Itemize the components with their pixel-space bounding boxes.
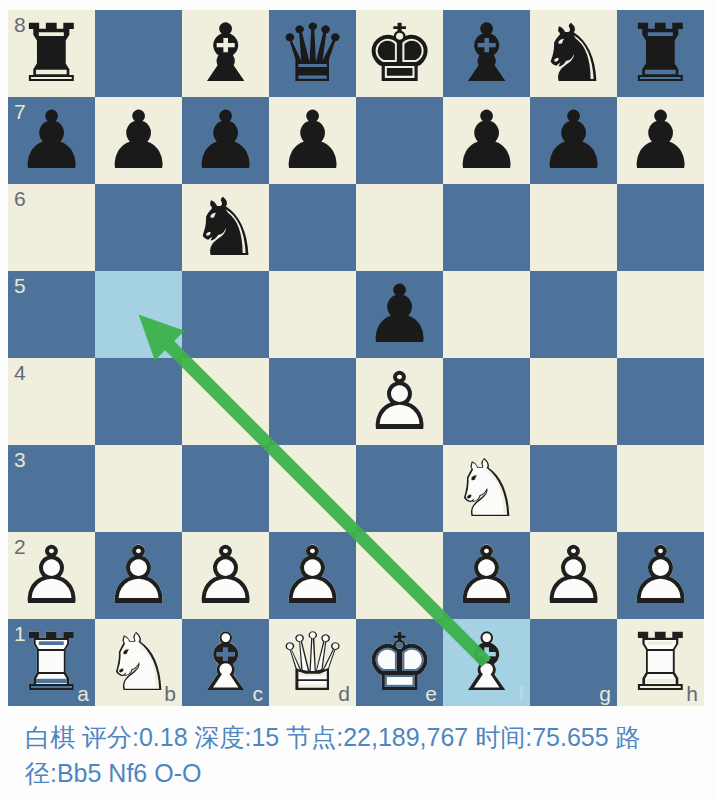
piece-outline-glyph: ♙	[617, 532, 704, 619]
square-g7[interactable]: ♟	[530, 97, 617, 184]
piece-white-pawn[interactable]: ♟♙	[530, 532, 617, 619]
piece-glyph: ♝	[182, 10, 269, 97]
square-c1[interactable]: c♝♗	[182, 619, 269, 706]
square-f3[interactable]: ♞♘	[443, 445, 530, 532]
chess-analysis-page: 8♜♝♛♚♝♞♜7♟♟♟♟♟♟♟6♞5♟4♟♙3♞♘2♟♙♟♙♟♙♟♙♟♙♟♙♟…	[0, 0, 715, 800]
square-c4[interactable]	[182, 358, 269, 445]
square-g3[interactable]	[530, 445, 617, 532]
square-a7[interactable]: 7♟	[8, 97, 95, 184]
piece-black-knight[interactable]: ♞	[530, 10, 617, 97]
piece-outline-glyph: ♘	[95, 619, 182, 706]
piece-white-pawn[interactable]: ♟♙	[8, 532, 95, 619]
rank-label-5: 5	[14, 275, 26, 296]
square-h3[interactable]	[617, 445, 704, 532]
square-h4[interactable]	[617, 358, 704, 445]
piece-black-pawn[interactable]: ♟	[443, 97, 530, 184]
square-g4[interactable]	[530, 358, 617, 445]
piece-outline-glyph: ♕	[269, 619, 356, 706]
piece-white-pawn[interactable]: ♟♙	[269, 532, 356, 619]
piece-glyph: ♟	[8, 97, 95, 184]
square-a8[interactable]: 8♜	[8, 10, 95, 97]
square-g6[interactable]	[530, 184, 617, 271]
square-g5[interactable]	[530, 271, 617, 358]
piece-black-pawn[interactable]: ♟	[617, 97, 704, 184]
square-f1[interactable]: f♝♗	[443, 619, 530, 706]
piece-outline-glyph: ♙	[443, 532, 530, 619]
piece-white-pawn[interactable]: ♟♙	[443, 532, 530, 619]
piece-white-pawn[interactable]: ♟♙	[182, 532, 269, 619]
engine-status-bar: 白棋 评分:0.18 深度:15 节点:22,189,767 时间:75.655…	[0, 706, 715, 800]
rank-label-4: 4	[14, 362, 26, 383]
piece-black-pawn[interactable]: ♟	[269, 97, 356, 184]
piece-white-king[interactable]: ♚♔	[356, 619, 443, 706]
piece-glyph: ♟	[95, 97, 182, 184]
square-c3[interactable]	[182, 445, 269, 532]
piece-white-rook[interactable]: ♜♖	[617, 619, 704, 706]
piece-black-bishop[interactable]: ♝	[443, 10, 530, 97]
square-d2[interactable]: ♟♙	[269, 532, 356, 619]
square-f5[interactable]	[443, 271, 530, 358]
square-h2[interactable]: ♟♙	[617, 532, 704, 619]
piece-black-knight[interactable]: ♞	[182, 184, 269, 271]
chess-board: 8♜♝♛♚♝♞♜7♟♟♟♟♟♟♟6♞5♟4♟♙3♞♘2♟♙♟♙♟♙♟♙♟♙♟♙♟…	[8, 10, 704, 706]
piece-glyph: ♞	[530, 10, 617, 97]
square-c8[interactable]: ♝	[182, 10, 269, 97]
square-g8[interactable]: ♞	[530, 10, 617, 97]
piece-black-queen[interactable]: ♛	[269, 10, 356, 97]
piece-outline-glyph: ♗	[443, 619, 530, 706]
piece-white-knight[interactable]: ♞♘	[95, 619, 182, 706]
piece-black-pawn[interactable]: ♟	[530, 97, 617, 184]
piece-glyph: ♛	[269, 10, 356, 97]
piece-black-rook[interactable]: ♜	[617, 10, 704, 97]
rank-label-3: 3	[14, 449, 26, 470]
square-e4[interactable]: ♟♙	[356, 358, 443, 445]
square-d1[interactable]: d♛♕	[269, 619, 356, 706]
piece-glyph: ♚	[356, 10, 443, 97]
piece-outline-glyph: ♙	[8, 532, 95, 619]
piece-glyph: ♜	[617, 10, 704, 97]
piece-outline-glyph: ♗	[182, 619, 269, 706]
file-label-g: g	[599, 683, 611, 704]
piece-black-pawn[interactable]: ♟	[95, 97, 182, 184]
square-f2[interactable]: ♟♙	[443, 532, 530, 619]
piece-glyph: ♟	[182, 97, 269, 184]
square-h1[interactable]: h♜♖	[617, 619, 704, 706]
piece-white-pawn[interactable]: ♟♙	[617, 532, 704, 619]
piece-white-pawn[interactable]: ♟♙	[95, 532, 182, 619]
square-a5[interactable]: 5	[8, 271, 95, 358]
square-b1[interactable]: b♞♘	[95, 619, 182, 706]
piece-glyph: ♝	[443, 10, 530, 97]
square-e1[interactable]: e♚♔	[356, 619, 443, 706]
square-a1[interactable]: 1a♜♖	[8, 619, 95, 706]
square-b3[interactable]	[95, 445, 182, 532]
square-e2[interactable]	[356, 532, 443, 619]
piece-outline-glyph: ♙	[356, 358, 443, 445]
square-a4[interactable]: 4	[8, 358, 95, 445]
piece-glyph: ♟	[269, 97, 356, 184]
rank-label-6: 6	[14, 188, 26, 209]
square-b2[interactable]: ♟♙	[95, 532, 182, 619]
piece-outline-glyph: ♙	[530, 532, 617, 619]
square-b5[interactable]	[95, 271, 182, 358]
square-g1[interactable]: g	[530, 619, 617, 706]
piece-glyph: ♟	[443, 97, 530, 184]
piece-outline-glyph: ♘	[443, 445, 530, 532]
square-d4[interactable]	[269, 358, 356, 445]
square-a2[interactable]: 2♟♙	[8, 532, 95, 619]
piece-white-queen[interactable]: ♛♕	[269, 619, 356, 706]
piece-outline-glyph: ♔	[356, 619, 443, 706]
square-f6[interactable]	[443, 184, 530, 271]
square-b6[interactable]	[95, 184, 182, 271]
piece-black-pawn[interactable]: ♟	[356, 271, 443, 358]
piece-white-bishop[interactable]: ♝♗	[443, 619, 530, 706]
square-h6[interactable]	[617, 184, 704, 271]
square-f8[interactable]: ♝	[443, 10, 530, 97]
square-d5[interactable]	[269, 271, 356, 358]
piece-black-pawn[interactable]: ♟	[182, 97, 269, 184]
square-e8[interactable]: ♚	[356, 10, 443, 97]
piece-black-bishop[interactable]: ♝	[182, 10, 269, 97]
piece-outline-glyph: ♖	[8, 619, 95, 706]
piece-glyph: ♟	[530, 97, 617, 184]
piece-white-rook[interactable]: ♜♖	[8, 619, 95, 706]
square-a3[interactable]: 3	[8, 445, 95, 532]
square-c6[interactable]: ♞	[182, 184, 269, 271]
square-d7[interactable]: ♟	[269, 97, 356, 184]
piece-black-pawn[interactable]: ♟	[8, 97, 95, 184]
piece-glyph: ♟	[617, 97, 704, 184]
piece-outline-glyph: ♙	[95, 532, 182, 619]
square-e5[interactable]: ♟	[356, 271, 443, 358]
square-g2[interactable]: ♟♙	[530, 532, 617, 619]
square-d8[interactable]: ♛	[269, 10, 356, 97]
square-b7[interactable]: ♟	[95, 97, 182, 184]
piece-outline-glyph: ♖	[617, 619, 704, 706]
square-h7[interactable]: ♟	[617, 97, 704, 184]
engine-info-text: 白棋 评分:0.18 深度:15 节点:22,189,767 时间:75.655…	[0, 706, 713, 791]
square-b8[interactable]	[95, 10, 182, 97]
square-c2[interactable]: ♟♙	[182, 532, 269, 619]
piece-glyph: ♟	[356, 271, 443, 358]
piece-white-knight[interactable]: ♞♘	[443, 445, 530, 532]
square-c7[interactable]: ♟	[182, 97, 269, 184]
square-d6[interactable]	[269, 184, 356, 271]
square-a6[interactable]: 6	[8, 184, 95, 271]
square-f7[interactable]: ♟	[443, 97, 530, 184]
square-b4[interactable]	[95, 358, 182, 445]
piece-outline-glyph: ♙	[182, 532, 269, 619]
piece-black-king[interactable]: ♚	[356, 10, 443, 97]
piece-glyph: ♞	[182, 184, 269, 271]
piece-white-bishop[interactable]: ♝♗	[182, 619, 269, 706]
square-f4[interactable]	[443, 358, 530, 445]
square-e3[interactable]	[356, 445, 443, 532]
square-e7[interactable]	[356, 97, 443, 184]
piece-black-rook[interactable]: ♜	[8, 10, 95, 97]
piece-glyph: ♜	[8, 10, 95, 97]
piece-outline-glyph: ♙	[269, 532, 356, 619]
square-e6[interactable]	[356, 184, 443, 271]
square-d3[interactable]	[269, 445, 356, 532]
piece-white-pawn[interactable]: ♟♙	[356, 358, 443, 445]
square-h8[interactable]: ♜	[617, 10, 704, 97]
square-h5[interactable]	[617, 271, 704, 358]
square-c5[interactable]	[182, 271, 269, 358]
